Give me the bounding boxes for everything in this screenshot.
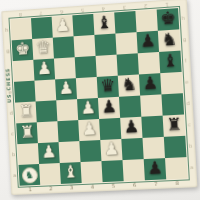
black-bishop: ♝ <box>159 49 182 74</box>
coordinate-label: f <box>180 50 190 72</box>
coordinate-label: 8 <box>166 178 188 188</box>
board-cell: ♝ <box>60 162 82 184</box>
coordinate-label: 4 <box>82 182 103 192</box>
coordinate-label: 1 <box>20 185 41 195</box>
board-cell: ♝ <box>93 12 115 34</box>
board-cell <box>140 94 162 116</box>
white-pawn: ♟ <box>52 13 74 37</box>
black-pawn: ♟ <box>139 71 162 95</box>
coordinate-label: 2 <box>40 184 61 194</box>
board-cell <box>57 120 79 142</box>
coordinate-label: e <box>182 71 192 93</box>
board-cell <box>34 79 56 101</box>
board-cell: ♝ <box>159 51 182 74</box>
coordinate-label: 5 <box>103 181 125 191</box>
board-cell: ♞ <box>19 164 41 186</box>
white-pawn: ♟ <box>38 140 60 164</box>
board-cell <box>39 163 61 185</box>
board-cell: ♟ <box>139 73 161 95</box>
board-cell: ♟ <box>120 117 142 139</box>
coordinate-label: g <box>179 29 189 51</box>
photo-background: US CHESS 12345678 12345678 hgfedcba hgfe… <box>0 0 200 200</box>
board-cell <box>13 60 35 82</box>
board-cell <box>164 136 187 158</box>
board-cell <box>53 36 75 58</box>
board-cell: ♟ <box>52 15 74 37</box>
board-cell <box>101 160 123 182</box>
board-cell <box>122 159 144 181</box>
board-cell: ♟ <box>98 97 120 119</box>
board-cell <box>114 11 136 34</box>
board-cell <box>79 140 101 162</box>
board-cell <box>75 56 97 78</box>
white-pawn: ♟ <box>33 57 55 81</box>
board-cell <box>72 14 94 36</box>
board-cell <box>94 34 116 56</box>
coordinate-label: b <box>185 135 195 157</box>
board-cell <box>81 161 103 183</box>
board-cell: ♟ <box>144 158 167 180</box>
black-pawn: ♟ <box>98 95 120 119</box>
coordinate-label: d <box>183 93 193 115</box>
black-pawn: ♟ <box>144 156 167 180</box>
board-cell: ♞ <box>118 74 140 96</box>
board-cell <box>160 72 183 94</box>
white-bishop: ♝ <box>60 160 82 184</box>
board-cell <box>36 100 58 122</box>
black-pawn: ♟ <box>136 29 159 54</box>
white-pawn: ♟ <box>100 137 122 161</box>
coordinate-label: 6 <box>124 180 146 190</box>
black-rook: ♜ <box>163 112 186 136</box>
board-grid: ♟♝♚♚♛♟♞♟♝♟♛♞♟♜♟♟♜♟♟♜♟♟♞♝♟ <box>11 8 188 186</box>
board-cell: ♟ <box>100 139 122 161</box>
board-cell <box>165 157 188 179</box>
chess-board: US CHESS 12345678 12345678 hgfedcba hgfe… <box>1 0 197 195</box>
black-bishop: ♝ <box>93 10 115 34</box>
board-cell <box>121 138 143 160</box>
board-cell: ♟ <box>38 142 60 164</box>
board-cell <box>115 32 137 54</box>
board-cell <box>17 143 39 165</box>
board-cell: ♟ <box>137 31 159 54</box>
board-corner-logo: ♞ <box>21 167 38 184</box>
board-cell: ♟ <box>55 78 77 100</box>
board-cell <box>56 99 78 121</box>
white-rook: ♜ <box>16 120 38 144</box>
coordinate-label: 7 <box>145 179 167 189</box>
white-pawn: ♟ <box>55 76 77 100</box>
coordinate-label: c <box>184 114 194 136</box>
board-cell: ♜ <box>163 114 186 136</box>
white-king: ♚ <box>12 37 34 61</box>
board-cell: ♚ <box>12 39 34 61</box>
board-cell: ♟ <box>33 59 55 81</box>
coordinate-label: h <box>178 7 188 29</box>
black-knight: ♞ <box>118 72 140 96</box>
board-cell <box>141 116 164 138</box>
coordinate-label: 3 <box>61 183 82 193</box>
board-cell: ♜ <box>16 122 38 144</box>
board-cell <box>74 35 96 57</box>
coordinate-label: a <box>186 157 196 179</box>
black-pawn: ♟ <box>120 115 142 139</box>
board-cell: ♟ <box>78 119 100 141</box>
white-pawn: ♟ <box>78 117 100 141</box>
